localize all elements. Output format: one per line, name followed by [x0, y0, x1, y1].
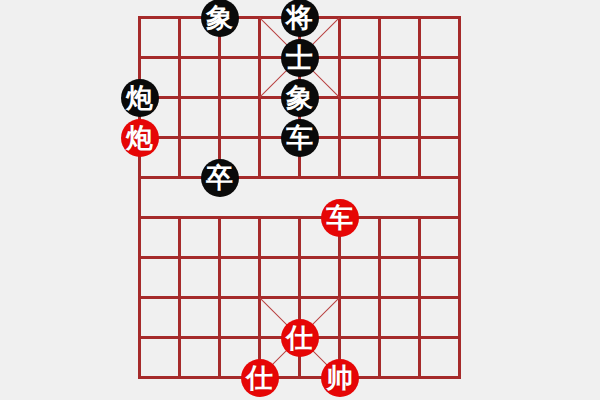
pieces-layer: 象将士炮象车卒炮车仕仕帅 [0, 0, 600, 400]
piece-black-general[interactable]: 将 [281, 0, 319, 37]
piece-red-advisor[interactable]: 仕 [241, 359, 279, 397]
xiangqi-screenshot: 象将士炮象车卒炮车仕仕帅 [0, 0, 600, 400]
piece-black-advisor[interactable]: 士 [281, 39, 319, 77]
piece-black-elephant[interactable]: 象 [281, 79, 319, 117]
piece-black-pawn[interactable]: 卒 [201, 159, 239, 197]
piece-black-cannon[interactable]: 炮 [121, 79, 159, 117]
piece-red-chariot[interactable]: 车 [321, 199, 359, 237]
piece-red-general[interactable]: 帅 [321, 359, 359, 397]
piece-black-elephant[interactable]: 象 [201, 0, 239, 37]
piece-red-cannon[interactable]: 炮 [121, 119, 159, 157]
piece-black-chariot[interactable]: 车 [281, 119, 319, 157]
piece-red-advisor[interactable]: 仕 [281, 319, 319, 357]
